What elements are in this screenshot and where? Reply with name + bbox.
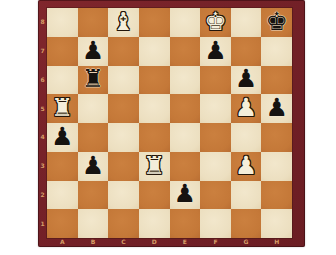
square-e3[interactable]	[170, 152, 201, 181]
square-f1[interactable]	[200, 209, 231, 238]
square-h1[interactable]	[261, 209, 292, 238]
square-g4[interactable]	[231, 123, 262, 152]
square-e6[interactable]	[170, 66, 201, 95]
square-a7[interactable]	[47, 37, 78, 66]
square-b2[interactable]	[78, 181, 109, 210]
black-pawn-f7: ♟	[204, 38, 226, 63]
square-d5[interactable]	[139, 94, 170, 123]
black-pawn-h5: ♟	[265, 95, 287, 120]
square-f3[interactable]	[200, 152, 231, 181]
white-bishop-c8: ♝	[112, 9, 134, 34]
square-b5[interactable]	[78, 94, 109, 123]
square-g3[interactable]: ♟	[231, 152, 262, 181]
file-label-d: D	[139, 238, 170, 246]
white-king-f8: ♚	[204, 9, 226, 34]
square-h3[interactable]	[261, 152, 292, 181]
square-a1[interactable]	[47, 209, 78, 238]
square-c5[interactable]	[108, 94, 139, 123]
rank-label-4: 4	[38, 134, 47, 140]
rank-label-3: 3	[38, 163, 47, 169]
file-label-a: A	[47, 238, 78, 246]
square-a8[interactable]	[47, 8, 78, 37]
square-b8[interactable]	[78, 8, 109, 37]
square-h8[interactable]: ♚	[261, 8, 292, 37]
board-grid: ♝♚♚♟♟♜♟♜♟♟♟♟♜♟♟	[47, 8, 292, 238]
black-pawn-a4: ♟	[51, 124, 73, 149]
square-e7[interactable]	[170, 37, 201, 66]
rank-label-2: 2	[38, 192, 47, 198]
file-label-f: F	[200, 238, 231, 246]
black-king-h8: ♚	[265, 9, 287, 34]
file-label-e: E	[170, 238, 201, 246]
white-pawn-g3: ♟	[235, 153, 257, 178]
black-pawn-e2: ♟	[174, 181, 196, 206]
black-pawn-b3: ♟	[82, 153, 104, 178]
square-f7[interactable]: ♟	[200, 37, 231, 66]
rank-label-6: 6	[38, 77, 47, 83]
square-a2[interactable]	[47, 181, 78, 210]
square-g8[interactable]	[231, 8, 262, 37]
white-rook-a5: ♜	[51, 95, 73, 120]
square-g1[interactable]	[231, 209, 262, 238]
square-f8[interactable]: ♚	[200, 8, 231, 37]
square-e5[interactable]	[170, 94, 201, 123]
square-d6[interactable]	[139, 66, 170, 95]
rank-label-5: 5	[38, 106, 47, 112]
square-c4[interactable]	[108, 123, 139, 152]
square-a5[interactable]: ♜	[47, 94, 78, 123]
rank-label-7: 7	[38, 48, 47, 54]
square-b3[interactable]: ♟	[78, 152, 109, 181]
black-pawn-b7: ♟	[82, 38, 104, 63]
square-h7[interactable]	[261, 37, 292, 66]
chess-board: ♝♚♚♟♟♜♟♜♟♟♟♟♜♟♟ 87654321 ABCDEFGH	[38, 0, 305, 247]
square-h2[interactable]	[261, 181, 292, 210]
rank-label-1: 1	[38, 221, 47, 227]
black-pawn-g6: ♟	[235, 66, 257, 91]
square-h6[interactable]	[261, 66, 292, 95]
square-h4[interactable]	[261, 123, 292, 152]
square-c3[interactable]	[108, 152, 139, 181]
square-d8[interactable]	[139, 8, 170, 37]
square-b7[interactable]: ♟	[78, 37, 109, 66]
square-d7[interactable]	[139, 37, 170, 66]
square-b1[interactable]	[78, 209, 109, 238]
square-f2[interactable]	[200, 181, 231, 210]
square-c2[interactable]	[108, 181, 139, 210]
square-d2[interactable]	[139, 181, 170, 210]
square-g7[interactable]	[231, 37, 262, 66]
square-e4[interactable]	[170, 123, 201, 152]
square-d3[interactable]: ♜	[139, 152, 170, 181]
square-f4[interactable]	[200, 123, 231, 152]
square-c1[interactable]	[108, 209, 139, 238]
square-c8[interactable]: ♝	[108, 8, 139, 37]
black-rook-b6: ♜	[82, 66, 104, 91]
square-a3[interactable]	[47, 152, 78, 181]
square-e2[interactable]: ♟	[170, 181, 201, 210]
file-label-c: C	[108, 238, 139, 246]
square-h5[interactable]: ♟	[261, 94, 292, 123]
square-a6[interactable]	[47, 66, 78, 95]
square-c7[interactable]	[108, 37, 139, 66]
file-label-h: H	[261, 238, 292, 246]
square-g6[interactable]: ♟	[231, 66, 262, 95]
square-c6[interactable]	[108, 66, 139, 95]
square-f5[interactable]	[200, 94, 231, 123]
file-label-b: B	[78, 238, 109, 246]
file-label-g: G	[231, 238, 262, 246]
white-rook-d3: ♜	[143, 153, 165, 178]
square-g5[interactable]: ♟	[231, 94, 262, 123]
white-pawn-g5: ♟	[235, 95, 257, 120]
square-b6[interactable]: ♜	[78, 66, 109, 95]
square-a4[interactable]: ♟	[47, 123, 78, 152]
square-d4[interactable]	[139, 123, 170, 152]
square-g2[interactable]	[231, 181, 262, 210]
square-b4[interactable]	[78, 123, 109, 152]
rank-label-8: 8	[38, 19, 47, 25]
square-d1[interactable]	[139, 209, 170, 238]
square-e8[interactable]	[170, 8, 201, 37]
square-e1[interactable]	[170, 209, 201, 238]
square-f6[interactable]	[200, 66, 231, 95]
chess-diagram-page: ♝♚♚♟♟♜♟♜♟♟♟♟♜♟♟ 87654321 ABCDEFGH	[0, 0, 336, 255]
